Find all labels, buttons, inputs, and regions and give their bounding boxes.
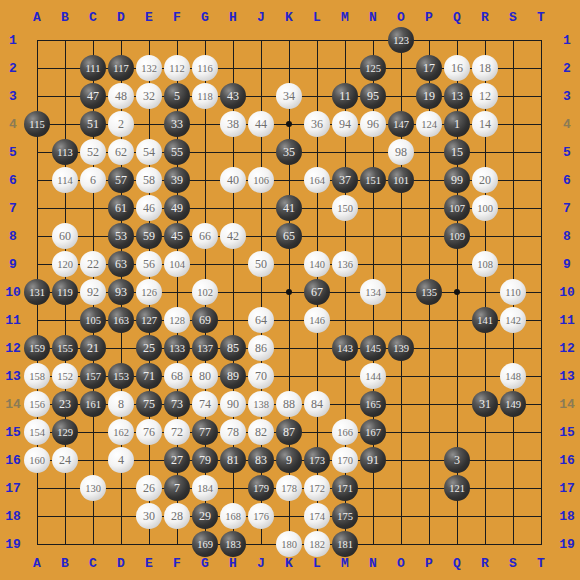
go-stone-white-6[interactable]: 6 bbox=[80, 167, 106, 193]
go-stone-black-129[interactable]: 129 bbox=[52, 419, 78, 445]
column-label-bottom: N bbox=[369, 557, 377, 570]
go-stone-black-3[interactable]: 3 bbox=[444, 447, 470, 473]
row-label-right: 11 bbox=[559, 314, 575, 327]
column-label-top: N bbox=[369, 11, 377, 24]
row-label-right: 13 bbox=[559, 370, 575, 383]
go-stone-black-149[interactable]: 149 bbox=[500, 391, 526, 417]
go-stone-white-126[interactable]: 126 bbox=[136, 279, 162, 305]
go-stone-black-141[interactable]: 141 bbox=[472, 307, 498, 333]
row-label-right: 4 bbox=[563, 118, 571, 131]
grid-line-vertical bbox=[541, 40, 542, 545]
column-label-top: L bbox=[313, 11, 321, 24]
go-stone-black-181[interactable]: 181 bbox=[332, 531, 358, 557]
row-label-left: 19 bbox=[5, 538, 21, 551]
go-stone-black-45[interactable]: 45 bbox=[164, 223, 190, 249]
go-stone-black-183[interactable]: 183 bbox=[220, 531, 246, 557]
row-label-right: 10 bbox=[559, 286, 575, 299]
column-label-top: F bbox=[173, 11, 181, 24]
go-stone-black-93[interactable]: 93 bbox=[108, 279, 134, 305]
go-stone-white-174[interactable]: 174 bbox=[304, 503, 330, 529]
go-stone-white-114[interactable]: 114 bbox=[52, 167, 78, 193]
go-stone-black-101[interactable]: 101 bbox=[388, 167, 414, 193]
go-stone-black-9[interactable]: 9 bbox=[276, 447, 302, 473]
go-stone-white-58[interactable]: 58 bbox=[136, 167, 162, 193]
go-stone-black-157[interactable]: 157 bbox=[80, 363, 106, 389]
go-stone-black-21[interactable]: 21 bbox=[80, 335, 106, 361]
go-stone-black-135[interactable]: 135 bbox=[416, 279, 442, 305]
go-stone-white-2[interactable]: 2 bbox=[108, 111, 134, 137]
row-label-left: 17 bbox=[5, 482, 21, 495]
row-label-right: 7 bbox=[563, 202, 571, 215]
go-stone-white-86[interactable]: 86 bbox=[248, 335, 274, 361]
go-stone-black-147[interactable]: 147 bbox=[388, 111, 414, 137]
go-stone-black-27[interactable]: 27 bbox=[164, 447, 190, 473]
go-stone-black-155[interactable]: 155 bbox=[52, 335, 78, 361]
go-stone-black-59[interactable]: 59 bbox=[136, 223, 162, 249]
star-point bbox=[454, 289, 460, 295]
row-label-right: 9 bbox=[563, 258, 571, 271]
go-stone-black-119[interactable]: 119 bbox=[52, 279, 78, 305]
go-stone-white-124[interactable]: 124 bbox=[416, 111, 442, 137]
go-stone-white-146[interactable]: 146 bbox=[304, 307, 330, 333]
go-stone-black-31[interactable]: 31 bbox=[472, 391, 498, 417]
go-stone-black-47[interactable]: 47 bbox=[80, 83, 106, 109]
column-label-bottom: A bbox=[33, 557, 41, 570]
go-stone-white-102[interactable]: 102 bbox=[192, 279, 218, 305]
go-stone-black-51[interactable]: 51 bbox=[80, 111, 106, 137]
column-label-bottom: G bbox=[201, 557, 209, 570]
go-stone-black-171[interactable]: 171 bbox=[332, 475, 358, 501]
go-stone-white-12[interactable]: 12 bbox=[472, 83, 498, 109]
go-stone-white-92[interactable]: 92 bbox=[80, 279, 106, 305]
go-stone-black-137[interactable]: 137 bbox=[192, 335, 218, 361]
column-label-bottom: B bbox=[61, 557, 69, 570]
go-stone-white-166[interactable]: 166 bbox=[332, 419, 358, 445]
column-label-top: P bbox=[425, 11, 433, 24]
go-stone-white-130[interactable]: 130 bbox=[80, 475, 106, 501]
go-stone-black-161[interactable]: 161 bbox=[80, 391, 106, 417]
go-stone-black-113[interactable]: 113 bbox=[52, 139, 78, 165]
go-stone-black-29[interactable]: 29 bbox=[192, 503, 218, 529]
row-label-right: 15 bbox=[559, 426, 575, 439]
go-stone-white-64[interactable]: 64 bbox=[248, 307, 274, 333]
go-stone-black-5[interactable]: 5 bbox=[164, 83, 190, 109]
go-stone-black-53[interactable]: 53 bbox=[108, 223, 134, 249]
go-stone-black-81[interactable]: 81 bbox=[220, 447, 246, 473]
go-stone-white-104[interactable]: 104 bbox=[164, 251, 190, 277]
go-stone-black-115[interactable]: 115 bbox=[24, 111, 50, 137]
row-label-left: 6 bbox=[9, 174, 17, 187]
column-label-bottom: Q bbox=[453, 557, 461, 570]
row-label-left: 18 bbox=[5, 510, 21, 523]
go-stone-white-60[interactable]: 60 bbox=[52, 223, 78, 249]
go-stone-black-39[interactable]: 39 bbox=[164, 167, 190, 193]
go-stone-white-48[interactable]: 48 bbox=[108, 83, 134, 109]
row-label-left: 11 bbox=[5, 314, 21, 327]
go-stone-black-131[interactable]: 131 bbox=[24, 279, 50, 305]
star-point bbox=[286, 121, 292, 127]
go-stone-white-94[interactable]: 94 bbox=[332, 111, 358, 137]
go-stone-white-24[interactable]: 24 bbox=[52, 447, 78, 473]
go-stone-white-176[interactable]: 176 bbox=[248, 503, 274, 529]
go-stone-black-83[interactable]: 83 bbox=[248, 447, 274, 473]
column-label-bottom: O bbox=[397, 557, 405, 570]
go-stone-black-67[interactable]: 67 bbox=[304, 279, 330, 305]
go-stone-black-69[interactable]: 69 bbox=[192, 307, 218, 333]
row-label-right: 1 bbox=[563, 34, 571, 47]
go-stone-white-164[interactable]: 164 bbox=[304, 167, 330, 193]
column-label-top: H bbox=[229, 11, 237, 24]
go-stone-black-163[interactable]: 163 bbox=[108, 307, 134, 333]
column-label-top: D bbox=[117, 11, 125, 24]
row-label-right: 2 bbox=[563, 62, 571, 75]
go-stone-black-25[interactable]: 25 bbox=[136, 335, 162, 361]
go-stone-white-100[interactable]: 100 bbox=[472, 195, 498, 221]
go-stone-white-162[interactable]: 162 bbox=[108, 419, 134, 445]
go-stone-white-36[interactable]: 36 bbox=[304, 111, 330, 137]
row-label-left: 2 bbox=[9, 62, 17, 75]
go-stone-white-178[interactable]: 178 bbox=[276, 475, 302, 501]
column-label-top: M bbox=[341, 11, 349, 24]
go-stone-white-20[interactable]: 20 bbox=[472, 167, 498, 193]
column-label-bottom: C bbox=[89, 557, 97, 570]
go-stone-white-78[interactable]: 78 bbox=[220, 419, 246, 445]
go-stone-white-4[interactable]: 4 bbox=[108, 447, 134, 473]
go-stone-black-133[interactable]: 133 bbox=[164, 335, 190, 361]
row-label-right: 19 bbox=[559, 538, 575, 551]
column-label-top: J bbox=[257, 11, 265, 24]
go-stone-white-172[interactable]: 172 bbox=[304, 475, 330, 501]
row-label-left: 15 bbox=[5, 426, 21, 439]
go-stone-black-1[interactable]: 1 bbox=[444, 111, 470, 137]
go-stone-white-158[interactable]: 158 bbox=[24, 363, 50, 389]
go-stone-white-32[interactable]: 32 bbox=[136, 83, 162, 109]
go-stone-white-142[interactable]: 142 bbox=[500, 307, 526, 333]
go-stone-black-127[interactable]: 127 bbox=[136, 307, 162, 333]
go-stone-white-56[interactable]: 56 bbox=[136, 251, 162, 277]
go-stone-white-18[interactable]: 18 bbox=[472, 55, 498, 81]
go-stone-black-139[interactable]: 139 bbox=[388, 335, 414, 361]
grid-line-horizontal bbox=[37, 348, 542, 349]
go-stone-white-8[interactable]: 8 bbox=[108, 391, 134, 417]
go-stone-black-87[interactable]: 87 bbox=[276, 419, 302, 445]
go-stone-white-44[interactable]: 44 bbox=[248, 111, 274, 137]
go-stone-white-40[interactable]: 40 bbox=[220, 167, 246, 193]
column-label-bottom: H bbox=[229, 557, 237, 570]
row-label-left: 10 bbox=[5, 286, 21, 299]
column-label-top: O bbox=[397, 11, 405, 24]
row-label-left: 9 bbox=[9, 258, 17, 271]
go-stone-white-82[interactable]: 82 bbox=[248, 419, 274, 445]
go-stone-black-33[interactable]: 33 bbox=[164, 111, 190, 137]
row-label-right: 6 bbox=[563, 174, 571, 187]
go-stone-white-28[interactable]: 28 bbox=[164, 503, 190, 529]
column-label-top: C bbox=[89, 11, 97, 24]
go-stone-black-35[interactable]: 35 bbox=[276, 139, 302, 165]
go-stone-white-50[interactable]: 50 bbox=[248, 251, 274, 277]
go-stone-white-72[interactable]: 72 bbox=[164, 419, 190, 445]
go-stone-black-105[interactable]: 105 bbox=[80, 307, 106, 333]
go-stone-black-99[interactable]: 99 bbox=[444, 167, 470, 193]
go-stone-white-46[interactable]: 46 bbox=[136, 195, 162, 221]
go-stone-white-136[interactable]: 136 bbox=[332, 251, 358, 277]
column-label-top: E bbox=[145, 11, 153, 24]
go-stone-white-66[interactable]: 66 bbox=[192, 223, 218, 249]
go-stone-white-134[interactable]: 134 bbox=[360, 279, 386, 305]
row-label-right: 3 bbox=[563, 90, 571, 103]
go-stone-black-173[interactable]: 173 bbox=[304, 447, 330, 473]
go-stone-white-68[interactable]: 68 bbox=[164, 363, 190, 389]
go-stone-black-23[interactable]: 23 bbox=[52, 391, 78, 417]
row-label-left: 3 bbox=[9, 90, 17, 103]
go-stone-black-73[interactable]: 73 bbox=[164, 391, 190, 417]
go-stone-black-151[interactable]: 151 bbox=[360, 167, 386, 193]
go-stone-black-71[interactable]: 71 bbox=[136, 363, 162, 389]
row-label-left: 8 bbox=[9, 230, 17, 243]
go-stone-white-148[interactable]: 148 bbox=[500, 363, 526, 389]
row-label-left: 12 bbox=[5, 342, 21, 355]
go-stone-white-26[interactable]: 26 bbox=[136, 475, 162, 501]
go-stone-white-128[interactable]: 128 bbox=[164, 307, 190, 333]
row-label-left: 14 bbox=[5, 398, 21, 411]
row-label-left: 4 bbox=[9, 118, 17, 131]
go-stone-white-108[interactable]: 108 bbox=[472, 251, 498, 277]
row-label-left: 5 bbox=[9, 146, 17, 159]
go-stone-white-170[interactable]: 170 bbox=[332, 447, 358, 473]
go-stone-white-180[interactable]: 180 bbox=[276, 531, 302, 557]
go-stone-black-109[interactable]: 109 bbox=[444, 223, 470, 249]
column-label-bottom: F bbox=[173, 557, 181, 570]
go-stone-white-140[interactable]: 140 bbox=[304, 251, 330, 277]
go-stone-black-57[interactable]: 57 bbox=[108, 167, 134, 193]
go-stone-black-123[interactable]: 123 bbox=[388, 27, 414, 53]
column-label-bottom: D bbox=[117, 557, 125, 570]
go-stone-white-54[interactable]: 54 bbox=[136, 139, 162, 165]
go-stone-black-125[interactable]: 125 bbox=[360, 55, 386, 81]
go-stone-black-143[interactable]: 143 bbox=[332, 335, 358, 361]
go-stone-white-84[interactable]: 84 bbox=[304, 391, 330, 417]
go-stone-black-37[interactable]: 37 bbox=[332, 167, 358, 193]
go-stone-white-110[interactable]: 110 bbox=[500, 279, 526, 305]
column-label-bottom: K bbox=[285, 557, 293, 570]
go-stone-white-132[interactable]: 132 bbox=[136, 55, 162, 81]
row-label-left: 7 bbox=[9, 202, 17, 215]
go-stone-black-55[interactable]: 55 bbox=[164, 139, 190, 165]
go-stone-black-11[interactable]: 11 bbox=[332, 83, 358, 109]
go-stone-black-153[interactable]: 153 bbox=[108, 363, 134, 389]
column-label-bottom: L bbox=[313, 557, 321, 570]
go-stone-white-70[interactable]: 70 bbox=[248, 363, 274, 389]
go-board[interactable]: AABBCCDDEEFFGGHHJJKKLLMMNNOOPPQQRRSSTT11… bbox=[0, 0, 580, 580]
column-label-top: A bbox=[33, 11, 41, 24]
go-stone-white-156[interactable]: 156 bbox=[24, 391, 50, 417]
go-stone-white-144[interactable]: 144 bbox=[360, 363, 386, 389]
go-stone-black-19[interactable]: 19 bbox=[416, 83, 442, 109]
go-stone-white-34[interactable]: 34 bbox=[276, 83, 302, 109]
go-stone-black-179[interactable]: 179 bbox=[248, 475, 274, 501]
column-label-top: S bbox=[509, 11, 517, 24]
star-point bbox=[286, 289, 292, 295]
go-stone-white-52[interactable]: 52 bbox=[80, 139, 106, 165]
row-label-right: 5 bbox=[563, 146, 571, 159]
go-stone-white-112[interactable]: 112 bbox=[164, 55, 190, 81]
row-label-right: 8 bbox=[563, 230, 571, 243]
go-stone-white-90[interactable]: 90 bbox=[220, 391, 246, 417]
column-label-bottom: S bbox=[509, 557, 517, 570]
go-stone-white-98[interactable]: 98 bbox=[388, 139, 414, 165]
go-stone-white-182[interactable]: 182 bbox=[304, 531, 330, 557]
row-label-right: 16 bbox=[559, 454, 575, 467]
row-label-right: 14 bbox=[559, 398, 575, 411]
go-stone-white-42[interactable]: 42 bbox=[220, 223, 246, 249]
go-stone-black-13[interactable]: 13 bbox=[444, 83, 470, 109]
column-label-top: G bbox=[201, 11, 209, 24]
go-stone-black-49[interactable]: 49 bbox=[164, 195, 190, 221]
column-label-top: B bbox=[61, 11, 69, 24]
go-stone-black-79[interactable]: 79 bbox=[192, 447, 218, 473]
column-label-top: R bbox=[481, 11, 489, 24]
column-label-top: T bbox=[537, 11, 545, 24]
go-stone-black-85[interactable]: 85 bbox=[220, 335, 246, 361]
go-stone-white-16[interactable]: 16 bbox=[444, 55, 470, 81]
column-label-bottom: P bbox=[425, 557, 433, 570]
column-label-top: K bbox=[285, 11, 293, 24]
go-stone-white-38[interactable]: 38 bbox=[220, 111, 246, 137]
go-stone-white-168[interactable]: 168 bbox=[220, 503, 246, 529]
go-stone-white-88[interactable]: 88 bbox=[276, 391, 302, 417]
go-stone-black-65[interactable]: 65 bbox=[276, 223, 302, 249]
go-stone-white-118[interactable]: 118 bbox=[192, 83, 218, 109]
row-label-left: 1 bbox=[9, 34, 17, 47]
row-label-left: 13 bbox=[5, 370, 21, 383]
go-stone-black-169[interactable]: 169 bbox=[192, 531, 218, 557]
go-stone-black-111[interactable]: 111 bbox=[80, 55, 106, 81]
row-label-left: 16 bbox=[5, 454, 21, 467]
column-label-bottom: T bbox=[537, 557, 545, 570]
go-stone-white-154[interactable]: 154 bbox=[24, 419, 50, 445]
go-stone-white-138[interactable]: 138 bbox=[248, 391, 274, 417]
column-label-bottom: R bbox=[481, 557, 489, 570]
go-stone-white-152[interactable]: 152 bbox=[52, 363, 78, 389]
grid-line-horizontal bbox=[37, 516, 542, 517]
column-label-bottom: J bbox=[257, 557, 265, 570]
go-stone-white-160[interactable]: 160 bbox=[24, 447, 50, 473]
go-stone-black-89[interactable]: 89 bbox=[220, 363, 246, 389]
go-stone-white-96[interactable]: 96 bbox=[360, 111, 386, 137]
go-stone-black-91[interactable]: 91 bbox=[360, 447, 386, 473]
go-stone-black-17[interactable]: 17 bbox=[416, 55, 442, 81]
go-stone-white-76[interactable]: 76 bbox=[136, 419, 162, 445]
row-label-right: 12 bbox=[559, 342, 575, 355]
go-stone-white-62[interactable]: 62 bbox=[108, 139, 134, 165]
go-stone-black-167[interactable]: 167 bbox=[360, 419, 386, 445]
go-stone-white-14[interactable]: 14 bbox=[472, 111, 498, 137]
go-stone-black-7[interactable]: 7 bbox=[164, 475, 190, 501]
go-stone-black-75[interactable]: 75 bbox=[136, 391, 162, 417]
go-stone-black-165[interactable]: 165 bbox=[360, 391, 386, 417]
go-stone-black-145[interactable]: 145 bbox=[360, 335, 386, 361]
go-stone-white-116[interactable]: 116 bbox=[192, 55, 218, 81]
go-stone-black-121[interactable]: 121 bbox=[444, 475, 470, 501]
go-stone-white-184[interactable]: 184 bbox=[192, 475, 218, 501]
column-label-bottom: M bbox=[341, 557, 349, 570]
go-stone-white-80[interactable]: 80 bbox=[192, 363, 218, 389]
go-stone-black-15[interactable]: 15 bbox=[444, 139, 470, 165]
column-label-top: Q bbox=[453, 11, 461, 24]
go-stone-white-22[interactable]: 22 bbox=[80, 251, 106, 277]
row-label-right: 18 bbox=[559, 510, 575, 523]
go-stone-black-107[interactable]: 107 bbox=[444, 195, 470, 221]
go-stone-black-159[interactable]: 159 bbox=[24, 335, 50, 361]
go-stone-black-175[interactable]: 175 bbox=[332, 503, 358, 529]
go-stone-black-41[interactable]: 41 bbox=[276, 195, 302, 221]
go-stone-white-30[interactable]: 30 bbox=[136, 503, 162, 529]
go-stone-black-95[interactable]: 95 bbox=[360, 83, 386, 109]
go-stone-white-74[interactable]: 74 bbox=[192, 391, 218, 417]
go-stone-black-63[interactable]: 63 bbox=[108, 251, 134, 277]
go-stone-white-106[interactable]: 106 bbox=[248, 167, 274, 193]
go-stone-black-43[interactable]: 43 bbox=[220, 83, 246, 109]
go-stone-white-120[interactable]: 120 bbox=[52, 251, 78, 277]
row-label-right: 17 bbox=[559, 482, 575, 495]
go-stone-white-150[interactable]: 150 bbox=[332, 195, 358, 221]
go-stone-black-61[interactable]: 61 bbox=[108, 195, 134, 221]
go-stone-black-117[interactable]: 117 bbox=[108, 55, 134, 81]
go-stone-black-77[interactable]: 77 bbox=[192, 419, 218, 445]
column-label-bottom: E bbox=[145, 557, 153, 570]
